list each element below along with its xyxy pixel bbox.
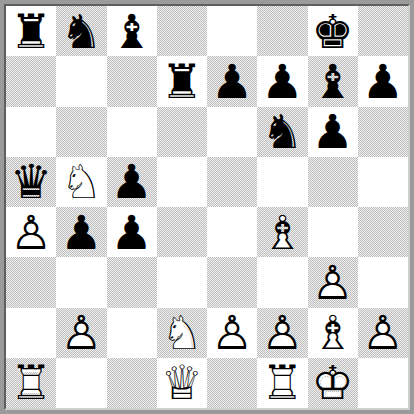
square-d8[interactable] bbox=[157, 6, 207, 56]
piece-black-pawn: ♟ bbox=[358, 56, 408, 106]
black-piece-glyph: ♟ bbox=[107, 157, 157, 207]
square-b6[interactable] bbox=[56, 107, 106, 157]
square-f1[interactable]: ♜♖ bbox=[257, 358, 307, 408]
white-piece-outline: ♖ bbox=[257, 358, 307, 408]
square-f4[interactable]: ♝♗ bbox=[257, 207, 307, 257]
square-f2[interactable]: ♟♙ bbox=[257, 308, 307, 358]
square-g7[interactable]: ♝ bbox=[308, 56, 358, 106]
piece-black-king: ♚ bbox=[308, 6, 358, 56]
chess-board-diagram: ♜♞♝♚♜♟♟♝♟♞♟♛♞♘♟♟♙♟♟♝♗♟♙♟♙♞♘♟♙♟♙♝♗♟♙♜♖♛♕♜… bbox=[0, 0, 414, 414]
piece-black-pawn: ♟ bbox=[107, 207, 157, 257]
square-c2[interactable] bbox=[107, 308, 157, 358]
piece-white-bishop: ♝♗ bbox=[257, 207, 307, 257]
square-e8[interactable] bbox=[207, 6, 257, 56]
square-h2[interactable]: ♟♙ bbox=[358, 308, 408, 358]
square-g3[interactable]: ♟♙ bbox=[308, 257, 358, 307]
square-d6[interactable] bbox=[157, 107, 207, 157]
black-piece-glyph: ♝ bbox=[308, 56, 358, 106]
white-piece-outline: ♙ bbox=[308, 257, 358, 307]
white-piece-outline: ♘ bbox=[157, 308, 207, 358]
square-h3[interactable] bbox=[358, 257, 408, 307]
square-e5[interactable] bbox=[207, 157, 257, 207]
black-piece-glyph: ♞ bbox=[56, 6, 106, 56]
square-e1[interactable] bbox=[207, 358, 257, 408]
square-g5[interactable] bbox=[308, 157, 358, 207]
piece-black-knight: ♞ bbox=[56, 6, 106, 56]
square-f8[interactable] bbox=[257, 6, 307, 56]
black-piece-glyph: ♟ bbox=[107, 207, 157, 257]
square-h7[interactable]: ♟ bbox=[358, 56, 408, 106]
white-piece-outline: ♘ bbox=[56, 157, 106, 207]
square-h8[interactable] bbox=[358, 6, 408, 56]
piece-white-knight: ♞♘ bbox=[56, 157, 106, 207]
square-g2[interactable]: ♝♗ bbox=[308, 308, 358, 358]
piece-black-pawn: ♟ bbox=[107, 157, 157, 207]
black-piece-glyph: ♜ bbox=[157, 56, 207, 106]
square-a1[interactable]: ♜♖ bbox=[6, 358, 56, 408]
square-f5[interactable] bbox=[257, 157, 307, 207]
square-f7[interactable]: ♟ bbox=[257, 56, 307, 106]
square-h6[interactable] bbox=[358, 107, 408, 157]
square-e3[interactable] bbox=[207, 257, 257, 307]
white-piece-outline: ♗ bbox=[257, 207, 307, 257]
square-b3[interactable] bbox=[56, 257, 106, 307]
piece-white-rook: ♜♖ bbox=[6, 358, 56, 408]
square-f6[interactable]: ♞ bbox=[257, 107, 307, 157]
square-c8[interactable]: ♝ bbox=[107, 6, 157, 56]
piece-black-pawn: ♟ bbox=[207, 56, 257, 106]
square-b7[interactable] bbox=[56, 56, 106, 106]
piece-white-pawn: ♟♙ bbox=[56, 308, 106, 358]
square-a6[interactable] bbox=[6, 107, 56, 157]
white-piece-outline: ♕ bbox=[157, 358, 207, 408]
board-frame: ♜♞♝♚♜♟♟♝♟♞♟♛♞♘♟♟♙♟♟♝♗♟♙♟♙♞♘♟♙♟♙♝♗♟♙♜♖♛♕♜… bbox=[4, 4, 410, 410]
square-b8[interactable]: ♞ bbox=[56, 6, 106, 56]
square-c3[interactable] bbox=[107, 257, 157, 307]
square-g1[interactable]: ♚♔ bbox=[308, 358, 358, 408]
piece-black-queen: ♛ bbox=[6, 157, 56, 207]
square-e6[interactable] bbox=[207, 107, 257, 157]
piece-black-pawn: ♟ bbox=[257, 56, 307, 106]
square-b2[interactable]: ♟♙ bbox=[56, 308, 106, 358]
square-g6[interactable]: ♟ bbox=[308, 107, 358, 157]
square-a5[interactable]: ♛ bbox=[6, 157, 56, 207]
square-c6[interactable] bbox=[107, 107, 157, 157]
piece-white-pawn: ♟♙ bbox=[358, 308, 408, 358]
piece-black-knight: ♞ bbox=[257, 107, 307, 157]
square-b4[interactable]: ♟ bbox=[56, 207, 106, 257]
square-f3[interactable] bbox=[257, 257, 307, 307]
square-b5[interactable]: ♞♘ bbox=[56, 157, 106, 207]
square-d1[interactable]: ♛♕ bbox=[157, 358, 207, 408]
white-piece-outline: ♖ bbox=[6, 358, 56, 408]
square-a4[interactable]: ♟♙ bbox=[6, 207, 56, 257]
square-c7[interactable] bbox=[107, 56, 157, 106]
piece-white-bishop: ♝♗ bbox=[308, 308, 358, 358]
white-piece-outline: ♙ bbox=[56, 308, 106, 358]
black-piece-glyph: ♝ bbox=[107, 6, 157, 56]
square-e7[interactable]: ♟ bbox=[207, 56, 257, 106]
piece-white-knight: ♞♘ bbox=[157, 308, 207, 358]
black-piece-glyph: ♞ bbox=[257, 107, 307, 157]
piece-white-king: ♚♔ bbox=[308, 358, 358, 408]
square-e2[interactable]: ♟♙ bbox=[207, 308, 257, 358]
black-piece-glyph: ♟ bbox=[308, 107, 358, 157]
piece-white-queen: ♛♕ bbox=[157, 358, 207, 408]
square-h5[interactable] bbox=[358, 157, 408, 207]
square-h1[interactable] bbox=[358, 358, 408, 408]
piece-black-bishop: ♝ bbox=[107, 6, 157, 56]
piece-white-pawn: ♟♙ bbox=[207, 308, 257, 358]
white-piece-outline: ♔ bbox=[308, 358, 358, 408]
square-a2[interactable] bbox=[6, 308, 56, 358]
square-d3[interactable] bbox=[157, 257, 207, 307]
white-piece-outline: ♙ bbox=[358, 308, 408, 358]
black-piece-glyph: ♜ bbox=[6, 6, 56, 56]
chess-board: ♜♞♝♚♜♟♟♝♟♞♟♛♞♘♟♟♙♟♟♝♗♟♙♟♙♞♘♟♙♟♙♝♗♟♙♜♖♛♕♜… bbox=[6, 6, 408, 408]
piece-white-rook: ♜♖ bbox=[257, 358, 307, 408]
piece-white-pawn: ♟♙ bbox=[6, 207, 56, 257]
square-a8[interactable]: ♜ bbox=[6, 6, 56, 56]
square-d4[interactable] bbox=[157, 207, 207, 257]
piece-white-pawn: ♟♙ bbox=[308, 257, 358, 307]
square-c1[interactable] bbox=[107, 358, 157, 408]
square-c4[interactable]: ♟ bbox=[107, 207, 157, 257]
white-piece-outline: ♗ bbox=[308, 308, 358, 358]
square-a3[interactable] bbox=[6, 257, 56, 307]
square-g8[interactable]: ♚ bbox=[308, 6, 358, 56]
black-piece-glyph: ♟ bbox=[358, 56, 408, 106]
square-c5[interactable]: ♟ bbox=[107, 157, 157, 207]
piece-black-rook: ♜ bbox=[157, 56, 207, 106]
square-h4[interactable] bbox=[358, 207, 408, 257]
square-d2[interactable]: ♞♘ bbox=[157, 308, 207, 358]
black-piece-glyph: ♟ bbox=[56, 207, 106, 257]
square-e4[interactable] bbox=[207, 207, 257, 257]
square-b1[interactable] bbox=[56, 358, 106, 408]
piece-black-pawn: ♟ bbox=[308, 107, 358, 157]
white-piece-outline: ♙ bbox=[257, 308, 307, 358]
piece-black-rook: ♜ bbox=[6, 6, 56, 56]
square-d7[interactable]: ♜ bbox=[157, 56, 207, 106]
black-piece-glyph: ♚ bbox=[308, 6, 358, 56]
square-a7[interactable] bbox=[6, 56, 56, 106]
black-piece-glyph: ♛ bbox=[6, 157, 56, 207]
square-d5[interactable] bbox=[157, 157, 207, 207]
white-piece-outline: ♙ bbox=[207, 308, 257, 358]
black-piece-glyph: ♟ bbox=[257, 56, 307, 106]
piece-black-bishop: ♝ bbox=[308, 56, 358, 106]
piece-white-pawn: ♟♙ bbox=[257, 308, 307, 358]
black-piece-glyph: ♟ bbox=[207, 56, 257, 106]
piece-black-pawn: ♟ bbox=[56, 207, 106, 257]
white-piece-outline: ♙ bbox=[6, 207, 56, 257]
square-g4[interactable] bbox=[308, 207, 358, 257]
